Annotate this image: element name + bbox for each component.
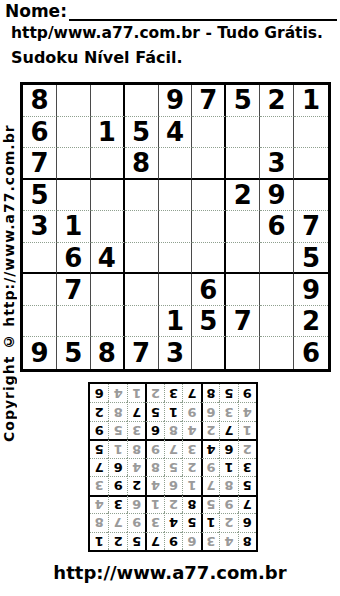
puzzle-cell-r4c1: 5 — [23, 180, 57, 212]
puzzle-cell-r4c6 — [192, 180, 226, 212]
solution-cell-r3c5: 2 — [164, 495, 182, 513]
name-row: Nome: — [5, 2, 337, 21]
puzzle-cell-r6c6 — [192, 243, 226, 275]
solution-cell-r9c5: 3 — [164, 384, 182, 402]
puzzle-cell-r7c3 — [91, 274, 125, 306]
solution-cell-r7c5: 8 — [164, 421, 182, 439]
footer-url: http://www.a77.com.br — [0, 562, 340, 583]
solution-cell-r1c6: 7 — [145, 532, 163, 550]
sudoku-solution-grid-rotated: 8436975216215439787958216345871642933192… — [88, 382, 258, 552]
puzzle-cell-r8c3 — [91, 306, 125, 338]
solution-cell-r4c7: 2 — [127, 476, 145, 494]
puzzle-cell-r1c6: 7 — [192, 85, 226, 117]
solution-cell-r8c8: 8 — [108, 402, 126, 420]
puzzle-cell-r1c9: 1 — [294, 85, 328, 117]
solution-cell-r6c8: 1 — [108, 439, 126, 457]
solution-cell-r1c7: 5 — [127, 532, 145, 550]
puzzle-cell-r4c7: 2 — [226, 180, 260, 212]
puzzle-cell-r9c9: 6 — [294, 337, 328, 369]
puzzle-cell-r5c7 — [226, 211, 260, 243]
solution-cell-r5c2: 1 — [219, 458, 237, 476]
solution-cell-r9c1: 9 — [238, 384, 256, 402]
solution-cell-r4c4: 1 — [182, 476, 200, 494]
puzzle-cell-r2c2 — [57, 117, 91, 149]
puzzle-cell-r2c8 — [260, 117, 294, 149]
solution-cell-r6c4: 3 — [182, 439, 200, 457]
puzzle-cell-r2c4: 5 — [125, 117, 159, 149]
puzzle-cell-r4c5 — [159, 180, 193, 212]
solution-cell-r4c2: 8 — [219, 476, 237, 494]
solution-cell-r1c3: 3 — [201, 532, 219, 550]
solution-cell-r6c2: 6 — [219, 439, 237, 457]
puzzle-cell-r7c4 — [125, 274, 159, 306]
puzzle-cell-r4c2 — [57, 180, 91, 212]
puzzle-cell-r8c1 — [23, 306, 57, 338]
solution-cell-r1c5: 9 — [164, 532, 182, 550]
solution-cell-r6c3: 4 — [201, 439, 219, 457]
solution-cell-r7c8: 5 — [108, 421, 126, 439]
puzzle-cell-r1c1: 8 — [23, 85, 57, 117]
puzzle-cell-r5c3 — [91, 211, 125, 243]
solution-cell-r9c9: 6 — [90, 384, 108, 402]
puzzle-cell-r7c1 — [23, 274, 57, 306]
sudoku-puzzle-grid: 897521615478352931676457691572958736 — [20, 82, 331, 372]
solution-cell-r8c9: 2 — [90, 402, 108, 420]
solution-cell-r5c5: 5 — [164, 458, 182, 476]
puzzle-cell-r8c5: 1 — [159, 306, 193, 338]
solution-cell-r2c7: 9 — [127, 513, 145, 531]
puzzle-cell-r7c7 — [226, 274, 260, 306]
puzzle-cell-r6c1 — [23, 243, 57, 275]
puzzle-cell-r1c4 — [125, 85, 159, 117]
solution-cell-r3c7: 6 — [127, 495, 145, 513]
solution-cell-r7c4: 4 — [182, 421, 200, 439]
solution-cell-r6c9: 5 — [90, 439, 108, 457]
puzzle-cell-r6c5 — [159, 243, 193, 275]
puzzle-cell-r5c2: 1 — [57, 211, 91, 243]
solution-cell-r9c8: 4 — [108, 384, 126, 402]
solution-cell-r8c3: 6 — [201, 402, 219, 420]
puzzle-cell-r3c7 — [226, 148, 260, 180]
puzzle-cell-r3c4: 8 — [125, 148, 159, 180]
puzzle-cell-r2c6 — [192, 117, 226, 149]
puzzle-cell-r6c8 — [260, 243, 294, 275]
puzzle-cell-r1c8: 2 — [260, 85, 294, 117]
puzzle-cell-r8c6: 5 — [192, 306, 226, 338]
puzzle-cell-r2c1: 6 — [23, 117, 57, 149]
puzzle-cell-r5c5 — [159, 211, 193, 243]
solution-cell-r3c6: 1 — [145, 495, 163, 513]
puzzle-cell-r5c6 — [192, 211, 226, 243]
puzzle-cell-r5c9: 7 — [294, 211, 328, 243]
puzzle-cell-r1c5: 9 — [159, 85, 193, 117]
solution-cell-r6c5: 7 — [164, 439, 182, 457]
solution-cell-r9c4: 7 — [182, 384, 200, 402]
solution-cell-r1c1: 8 — [238, 532, 256, 550]
solution-cell-r5c9: 7 — [90, 458, 108, 476]
solution-cell-r3c1: 7 — [238, 495, 256, 513]
puzzle-cell-r6c4 — [125, 243, 159, 275]
solution-cell-r2c4: 5 — [182, 513, 200, 531]
solution-cell-r7c3: 2 — [201, 421, 219, 439]
solution-cell-r8c7: 7 — [127, 402, 145, 420]
solution-cell-r3c9: 4 — [90, 495, 108, 513]
solution-cell-r1c8: 2 — [108, 532, 126, 550]
solution-cell-r3c2: 9 — [219, 495, 237, 513]
solution-cell-r9c2: 5 — [219, 384, 237, 402]
solution-cell-r7c7: 3 — [127, 421, 145, 439]
solution-cell-r5c1: 3 — [238, 458, 256, 476]
solution-cell-r8c6: 5 — [145, 402, 163, 420]
puzzle-cell-r1c3 — [91, 85, 125, 117]
puzzle-cell-r8c7: 7 — [226, 306, 260, 338]
puzzle-cell-r6c3: 4 — [91, 243, 125, 275]
name-underline — [69, 2, 337, 21]
solution-cell-r2c6: 3 — [145, 513, 163, 531]
solution-cell-r6c7: 8 — [127, 439, 145, 457]
puzzle-cell-r9c7 — [226, 337, 260, 369]
puzzle-cell-r3c2 — [57, 148, 91, 180]
solution-cell-r6c6: 9 — [145, 439, 163, 457]
solution-cell-r3c3: 5 — [201, 495, 219, 513]
solution-cell-r1c2: 4 — [219, 532, 237, 550]
solution-cell-r8c5: 1 — [164, 402, 182, 420]
puzzle-cell-r5c8: 6 — [260, 211, 294, 243]
puzzle-cell-r6c9: 5 — [294, 243, 328, 275]
solution-cell-r4c9: 3 — [90, 476, 108, 494]
solution-cell-r5c3: 9 — [201, 458, 219, 476]
solution-cell-r4c3: 7 — [201, 476, 219, 494]
solution-cell-r5c7: 4 — [127, 458, 145, 476]
puzzle-cell-r3c5 — [159, 148, 193, 180]
puzzle-cell-r3c8: 3 — [260, 148, 294, 180]
solution-cell-r3c8: 3 — [108, 495, 126, 513]
puzzle-cell-r7c2: 7 — [57, 274, 91, 306]
solution-cell-r5c6: 8 — [145, 458, 163, 476]
solution-cell-r1c9: 1 — [90, 532, 108, 550]
puzzle-cell-r9c2: 5 — [57, 337, 91, 369]
page-title: Sudoku Nível Fácil. — [11, 48, 183, 67]
puzzle-cell-r6c7 — [226, 243, 260, 275]
solution-cell-r9c3: 8 — [201, 384, 219, 402]
puzzle-cell-r2c7 — [226, 117, 260, 149]
solution-cell-r9c7: 1 — [127, 384, 145, 402]
puzzle-cell-r2c5: 4 — [159, 117, 193, 149]
puzzle-cell-r4c3 — [91, 180, 125, 212]
puzzle-cell-r5c1: 3 — [23, 211, 57, 243]
puzzle-cell-r8c9: 2 — [294, 306, 328, 338]
puzzle-cell-r9c8 — [260, 337, 294, 369]
solution-cell-r4c6: 4 — [145, 476, 163, 494]
puzzle-cell-r8c4 — [125, 306, 159, 338]
puzzle-cell-r9c5: 3 — [159, 337, 193, 369]
puzzle-cell-r3c9 — [294, 148, 328, 180]
puzzle-cell-r8c8 — [260, 306, 294, 338]
puzzle-cell-r2c3: 1 — [91, 117, 125, 149]
solution-cell-r2c5: 4 — [164, 513, 182, 531]
solution-cell-r3c4: 8 — [182, 495, 200, 513]
solution-cell-r9c6: 2 — [145, 384, 163, 402]
solution-cell-r7c6: 6 — [145, 421, 163, 439]
solution-cell-r4c8: 9 — [108, 476, 126, 494]
solution-cell-r8c4: 9 — [182, 402, 200, 420]
solution-cell-r4c5: 6 — [164, 476, 182, 494]
puzzle-cell-r3c1: 7 — [23, 148, 57, 180]
puzzle-cell-r4c4 — [125, 180, 159, 212]
puzzle-cell-r5c4 — [125, 211, 159, 243]
puzzle-cell-r9c3: 8 — [91, 337, 125, 369]
puzzle-cell-r7c9: 9 — [294, 274, 328, 306]
solution-cell-r7c2: 7 — [219, 421, 237, 439]
site-tagline: http/www.a77.com.br - Tudo Grátis. — [11, 24, 323, 42]
puzzle-cell-r9c4: 7 — [125, 337, 159, 369]
puzzle-cell-r2c9 — [294, 117, 328, 149]
puzzle-cell-r3c3 — [91, 148, 125, 180]
puzzle-cell-r9c6 — [192, 337, 226, 369]
puzzle-cell-r4c8: 9 — [260, 180, 294, 212]
puzzle-cell-r8c2 — [57, 306, 91, 338]
solution-cell-r1c4: 6 — [182, 532, 200, 550]
solution-cell-r6c1: 2 — [238, 439, 256, 457]
puzzle-cell-r3c6 — [192, 148, 226, 180]
puzzle-cell-r7c8 — [260, 274, 294, 306]
puzzle-cell-r7c6: 6 — [192, 274, 226, 306]
puzzle-cell-r1c2 — [57, 85, 91, 117]
solution-cell-r2c9: 8 — [90, 513, 108, 531]
name-label: Nome: — [5, 2, 67, 21]
puzzle-cell-r4c9 — [294, 180, 328, 212]
puzzle-cell-r1c7: 5 — [226, 85, 260, 117]
solution-cell-r7c9: 9 — [90, 421, 108, 439]
solution-cell-r5c8: 6 — [108, 458, 126, 476]
solution-cell-r2c3: 1 — [201, 513, 219, 531]
solution-cell-r8c2: 3 — [219, 402, 237, 420]
solution-cell-r4c1: 5 — [238, 476, 256, 494]
solution-cell-r5c4: 2 — [182, 458, 200, 476]
solution-cell-r2c1: 6 — [238, 513, 256, 531]
copyright-vertical-text: Copyright © http://www.a77.com.br — [0, 84, 18, 442]
puzzle-cell-r7c5 — [159, 274, 193, 306]
solution-cell-r2c8: 7 — [108, 513, 126, 531]
puzzle-cell-r6c2: 6 — [57, 243, 91, 275]
solution-cell-r7c1: 1 — [238, 421, 256, 439]
puzzle-cell-r9c1: 9 — [23, 337, 57, 369]
solution-cell-r8c1: 4 — [238, 402, 256, 420]
solution-cell-r2c2: 2 — [219, 513, 237, 531]
